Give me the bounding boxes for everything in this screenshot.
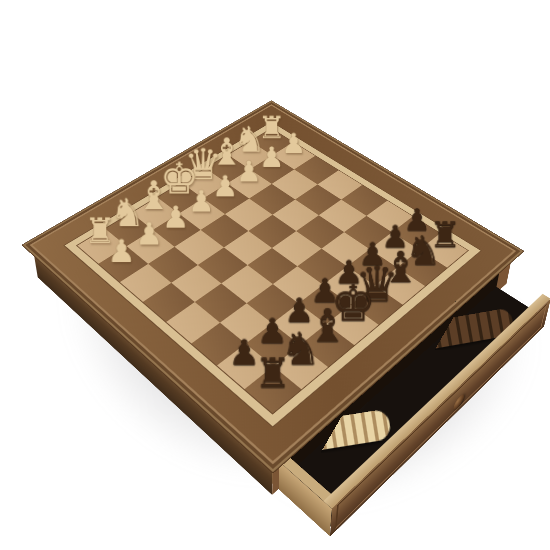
piece-white-pawn[interactable]: ♟ bbox=[188, 187, 215, 217]
drawer-knob[interactable] bbox=[453, 391, 465, 412]
piece-white-pawn[interactable]: ♟ bbox=[135, 219, 163, 250]
piece-white-pawn[interactable]: ♟ bbox=[212, 172, 238, 201]
product-photo-stage: ♜♞♝♚♛♝♞♜♟♟♟♟♟♟♟♟♟♟♟♟♟♟♟♟♜♞♝♚♛♝♞♜ bbox=[0, 0, 550, 550]
piece-white-pawn[interactable]: ♟ bbox=[108, 235, 136, 267]
piece-white-pawn[interactable]: ♟ bbox=[236, 157, 262, 186]
scene: ♜♞♝♚♛♝♞♜♟♟♟♟♟♟♟♟♟♟♟♟♟♟♟♟♜♞♝♚♛♝♞♜ bbox=[0, 0, 550, 550]
piece-white-pawn[interactable]: ♟ bbox=[259, 143, 284, 171]
piece-black-rook[interactable]: ♜ bbox=[254, 353, 291, 394]
piece-white-pawn[interactable]: ♟ bbox=[281, 130, 306, 158]
piece-white-pawn[interactable]: ♟ bbox=[162, 202, 189, 232]
